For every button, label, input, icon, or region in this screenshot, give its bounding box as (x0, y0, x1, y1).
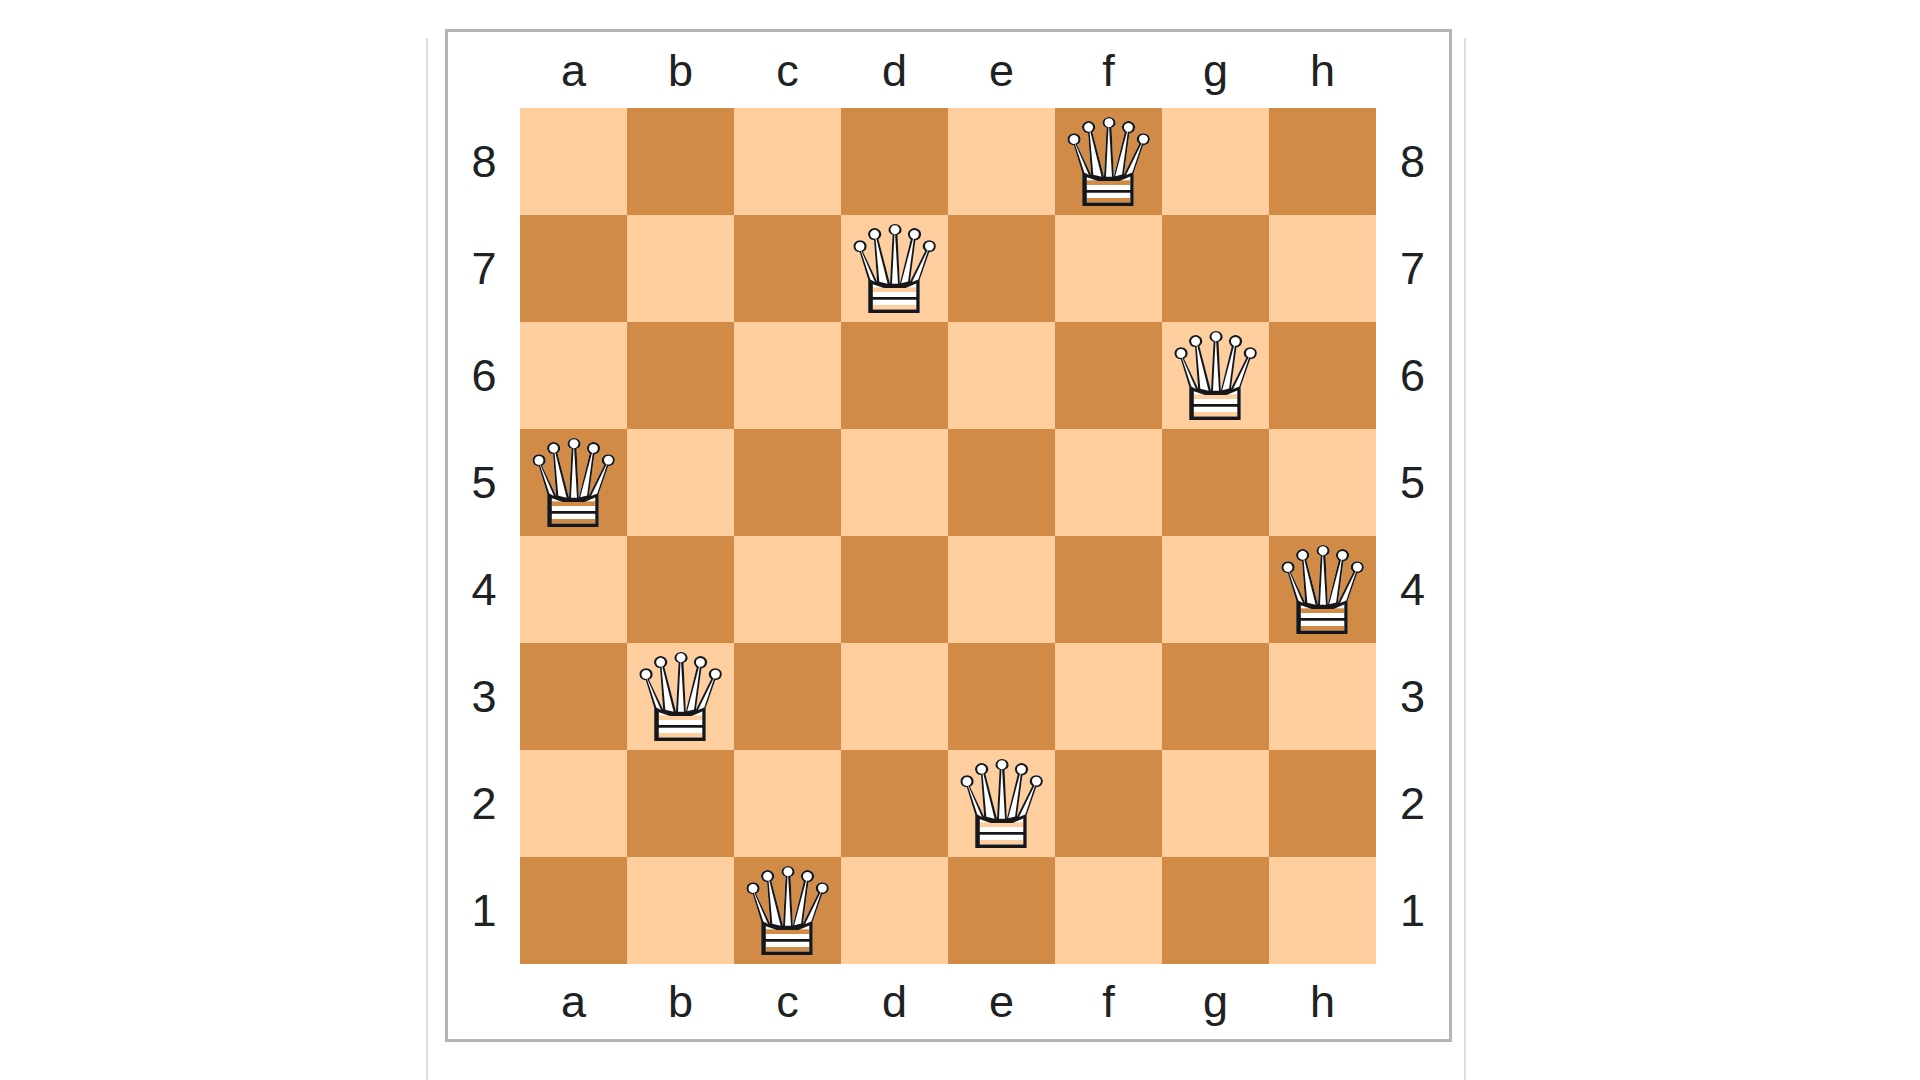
file-label-top-a: a (520, 32, 627, 108)
file-label-top-b: b (627, 32, 734, 108)
square-c8 (734, 108, 841, 215)
square-a4 (520, 536, 627, 643)
chess-diagram-card: abcdefgh 87654321 ♛♕♛♕♛♕♛♕♛♕♛♕♛♕♛♕ 87654… (445, 29, 1452, 1042)
square-e8 (948, 108, 1055, 215)
square-g5 (1162, 429, 1269, 536)
square-b5 (627, 429, 734, 536)
white-queen: ♛♕ (1055, 108, 1162, 215)
square-a8 (520, 108, 627, 215)
rank-label-left-7: 7 (448, 215, 520, 322)
square-g4 (1162, 536, 1269, 643)
square-d6 (841, 322, 948, 429)
rank-label-left-5: 5 (448, 429, 520, 536)
square-a6 (520, 322, 627, 429)
square-f3 (1055, 643, 1162, 750)
square-h1 (1269, 857, 1376, 964)
file-label-bottom-h: h (1269, 964, 1376, 1039)
square-c4 (734, 536, 841, 643)
rank-label-left-3: 3 (448, 643, 520, 750)
queen-glyph-outline: ♕ (841, 217, 948, 324)
queen-glyph-outline: ♕ (520, 431, 627, 538)
queen-glyph-outline: ♕ (948, 752, 1055, 859)
square-g2 (1162, 750, 1269, 857)
file-label-top-d: d (841, 32, 948, 108)
square-c1: ♛♕ (734, 857, 841, 964)
square-e6 (948, 322, 1055, 429)
square-d1 (841, 857, 948, 964)
square-f5 (1055, 429, 1162, 536)
queen-glyph-outline: ♕ (1162, 324, 1269, 431)
square-a2 (520, 750, 627, 857)
square-g7 (1162, 215, 1269, 322)
square-b2 (627, 750, 734, 857)
square-h2 (1269, 750, 1376, 857)
square-f7 (1055, 215, 1162, 322)
white-queen: ♛♕ (948, 750, 1055, 857)
file-label-top-c: c (734, 32, 841, 108)
square-b1 (627, 857, 734, 964)
page: abcdefgh 87654321 ♛♕♛♕♛♕♛♕♛♕♛♕♛♕♛♕ 87654… (0, 0, 1920, 1080)
square-g1 (1162, 857, 1269, 964)
square-h6 (1269, 322, 1376, 429)
rank-label-right-1: 1 (1376, 857, 1449, 964)
white-queen: ♛♕ (627, 643, 734, 750)
rank-label-right-2: 2 (1376, 750, 1449, 857)
square-d5 (841, 429, 948, 536)
square-d4 (841, 536, 948, 643)
square-f6 (1055, 322, 1162, 429)
rank-label-left-4: 4 (448, 536, 520, 643)
file-label-top-g: g (1162, 32, 1269, 108)
square-f1 (1055, 857, 1162, 964)
square-f4 (1055, 536, 1162, 643)
corner-top-left (448, 32, 520, 108)
chess-board: ♛♕♛♕♛♕♛♕♛♕♛♕♛♕♛♕ (520, 108, 1376, 964)
square-c3 (734, 643, 841, 750)
corner-bottom-left (448, 964, 520, 1039)
white-queen: ♛♕ (1162, 322, 1269, 429)
square-c6 (734, 322, 841, 429)
square-h7 (1269, 215, 1376, 322)
rank-label-right-5: 5 (1376, 429, 1449, 536)
square-g6: ♛♕ (1162, 322, 1269, 429)
square-b3: ♛♕ (627, 643, 734, 750)
white-queen: ♛♕ (841, 215, 948, 322)
file-label-bottom-a: a (520, 964, 627, 1039)
corner-top-right (1376, 32, 1449, 108)
file-label-bottom-d: d (841, 964, 948, 1039)
rank-label-right-6: 6 (1376, 322, 1449, 429)
rank-labels-left: 87654321 (448, 108, 520, 964)
square-d7: ♛♕ (841, 215, 948, 322)
square-b8 (627, 108, 734, 215)
rank-label-right-3: 3 (1376, 643, 1449, 750)
rank-label-right-7: 7 (1376, 215, 1449, 322)
square-b4 (627, 536, 734, 643)
square-d3 (841, 643, 948, 750)
square-a7 (520, 215, 627, 322)
square-g8 (1162, 108, 1269, 215)
square-d8 (841, 108, 948, 215)
rank-label-right-4: 4 (1376, 536, 1449, 643)
rank-label-left-6: 6 (448, 322, 520, 429)
square-h5 (1269, 429, 1376, 536)
square-e4 (948, 536, 1055, 643)
square-e3 (948, 643, 1055, 750)
white-queen: ♛♕ (1269, 536, 1376, 643)
square-f2 (1055, 750, 1162, 857)
queen-glyph-outline: ♕ (627, 645, 734, 752)
rank-label-left-2: 2 (448, 750, 520, 857)
rank-label-left-8: 8 (448, 108, 520, 215)
square-a1 (520, 857, 627, 964)
file-label-top-e: e (948, 32, 1055, 108)
square-d2 (841, 750, 948, 857)
square-h4: ♛♕ (1269, 536, 1376, 643)
square-f8: ♛♕ (1055, 108, 1162, 215)
rank-label-left-1: 1 (448, 857, 520, 964)
square-c2 (734, 750, 841, 857)
square-a5: ♛♕ (520, 429, 627, 536)
white-queen: ♛♕ (520, 429, 627, 536)
white-queen: ♛♕ (734, 857, 841, 964)
square-h3 (1269, 643, 1376, 750)
square-b6 (627, 322, 734, 429)
queen-glyph-outline: ♕ (1269, 538, 1376, 645)
queen-glyph-outline: ♕ (1055, 110, 1162, 217)
file-label-bottom-f: f (1055, 964, 1162, 1039)
rank-labels-right: 87654321 (1376, 108, 1449, 964)
file-label-top-h: h (1269, 32, 1376, 108)
file-label-bottom-g: g (1162, 964, 1269, 1039)
file-label-bottom-b: b (627, 964, 734, 1039)
square-c5 (734, 429, 841, 536)
file-labels-bottom: abcdefgh (520, 964, 1376, 1039)
queen-glyph-outline: ♕ (734, 859, 841, 966)
square-c7 (734, 215, 841, 322)
square-h8 (1269, 108, 1376, 215)
square-a3 (520, 643, 627, 750)
square-e2: ♛♕ (948, 750, 1055, 857)
rank-label-right-8: 8 (1376, 108, 1449, 215)
square-e7 (948, 215, 1055, 322)
file-labels-top: abcdefgh (520, 32, 1376, 108)
square-e5 (948, 429, 1055, 536)
square-e1 (948, 857, 1055, 964)
file-label-bottom-e: e (948, 964, 1055, 1039)
square-b7 (627, 215, 734, 322)
square-g3 (1162, 643, 1269, 750)
corner-bottom-right (1376, 964, 1449, 1039)
